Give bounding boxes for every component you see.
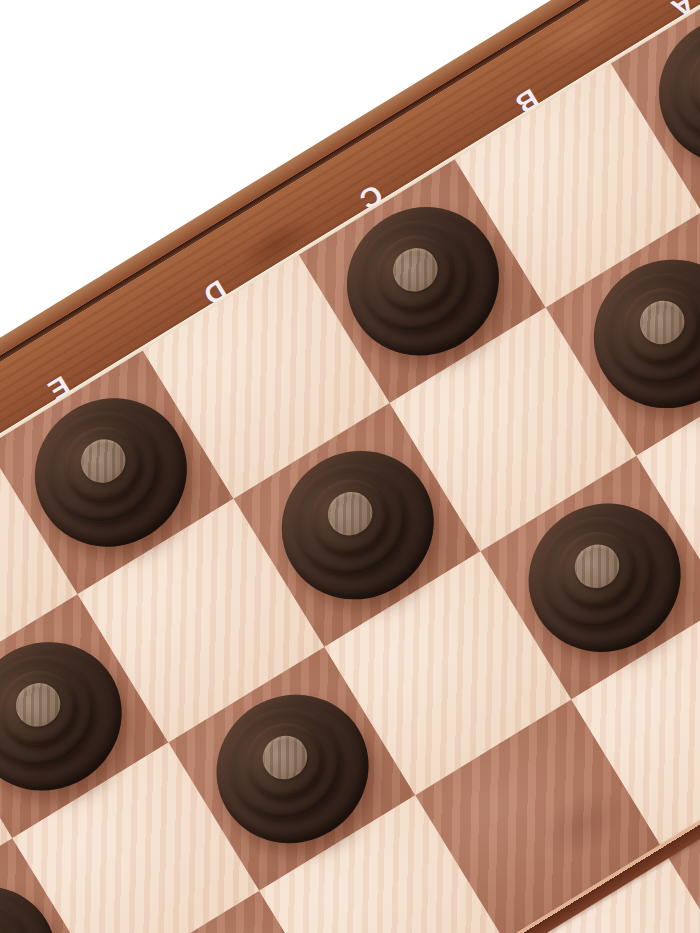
checkers-board: ABCDEFGH <box>0 0 700 933</box>
photo-canvas: ABCDEFGH <box>0 0 700 933</box>
